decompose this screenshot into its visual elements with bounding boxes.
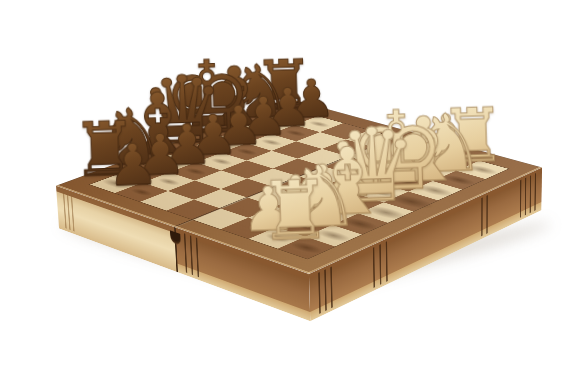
- white-rook-glyph: ♜: [206, 166, 385, 253]
- camera-stage: ♜♞♟♝♟♚♟♛♟♝♟♞♟♟♜♟♟♜♟♟♞♟♝♟♚♟♛♟♝♟♞♜: [0, 0, 576, 384]
- decorative-groove: [481, 197, 482, 236]
- product-photo-scene: ♜♞♟♝♟♚♟♛♟♝♟♞♟♟♜♟♟♜♟♟♞♟♝♟♚♟♛♟♝♟♞♜: [0, 0, 576, 384]
- decorative-groove: [486, 195, 487, 234]
- chess-board: ♜♞♟♝♟♚♟♛♟♝♟♞♟♟♜♟♟♜♟♟♞♟♝♟♚♟♛♟♝♟♞♜: [56, 99, 542, 273]
